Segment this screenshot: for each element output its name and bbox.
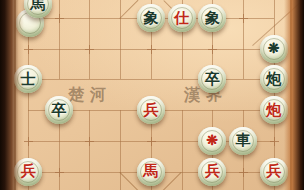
- piece-a7[interactable]: 兵: [14, 158, 42, 186]
- piece-glyph: 兵: [198, 158, 226, 186]
- grid-file-line: [182, 110, 183, 190]
- piece-b5[interactable]: 卒: [45, 96, 73, 124]
- point-marker: [239, 14, 248, 23]
- grid-file-line: [59, 0, 60, 79]
- grid-file-line: [89, 110, 90, 190]
- piece-g4[interactable]: 卒: [198, 65, 226, 93]
- grid-file-line: [120, 0, 121, 79]
- piece-h6[interactable]: 車: [229, 127, 257, 155]
- piece-i7[interactable]: 兵: [260, 158, 288, 186]
- piece-glyph: 炮: [260, 96, 288, 124]
- river-label-left: 楚河: [68, 85, 112, 106]
- grid-file-line: [89, 0, 90, 79]
- piece-glyph: 卒: [198, 65, 226, 93]
- grid-file-line: [120, 110, 121, 190]
- palace-diagonal: [120, 0, 139, 19]
- point-marker: [55, 14, 64, 23]
- piece-glyph: 象: [198, 4, 226, 32]
- point-marker: [55, 168, 64, 177]
- board-frame-right: [290, 0, 292, 190]
- piece-e5[interactable]: 兵: [137, 96, 165, 124]
- palace-diagonal: [163, 172, 182, 190]
- piece-f2[interactable]: 仕: [168, 4, 196, 32]
- point-marker: [147, 45, 156, 54]
- piece-glyph: 馬: [24, 0, 52, 18]
- piece-g2[interactable]: 象: [198, 4, 226, 32]
- piece-glyph: 兵: [137, 96, 165, 124]
- grid-file-line: [243, 0, 244, 79]
- piece-glyph: ❋: [198, 127, 226, 155]
- piece-i4[interactable]: 炮: [260, 65, 288, 93]
- point-marker: [239, 168, 248, 177]
- piece-a2[interactable]: 馬: [24, 0, 52, 18]
- piece-i5[interactable]: 炮: [260, 96, 288, 124]
- point-marker: [147, 137, 156, 146]
- point-marker: [85, 137, 94, 146]
- point-marker: [85, 45, 94, 54]
- piece-glyph: 卒: [45, 96, 73, 124]
- piece-glyph: 士: [14, 65, 42, 93]
- piece-glyph: 車: [229, 127, 257, 155]
- piece-glyph: 炮: [260, 65, 288, 93]
- piece-glyph: 兵: [14, 158, 42, 186]
- point-marker: [24, 45, 33, 54]
- point-marker: [270, 137, 279, 146]
- piece-a4[interactable]: 士: [14, 65, 42, 93]
- grid-rank-line: [28, 79, 274, 80]
- piece-glyph: ❋: [260, 35, 288, 63]
- piece-g6[interactable]: ❋: [198, 127, 226, 155]
- piece-glyph: 馬: [137, 158, 165, 186]
- piece-g7[interactable]: 兵: [198, 158, 226, 186]
- piece-i3[interactable]: ❋: [260, 35, 288, 63]
- piece-e2[interactable]: 象: [137, 4, 165, 32]
- piece-glyph: 仕: [168, 4, 196, 32]
- point-marker: [208, 45, 217, 54]
- piece-glyph: 兵: [260, 158, 288, 186]
- piece-e7[interactable]: 馬: [137, 158, 165, 186]
- piece-glyph: 象: [137, 4, 165, 32]
- point-marker: [24, 137, 33, 146]
- xiangqi-board[interactable]: 楚河 漢界 馬象仕象❋士卒炮卒兵炮❋車兵馬兵兵: [0, 0, 304, 190]
